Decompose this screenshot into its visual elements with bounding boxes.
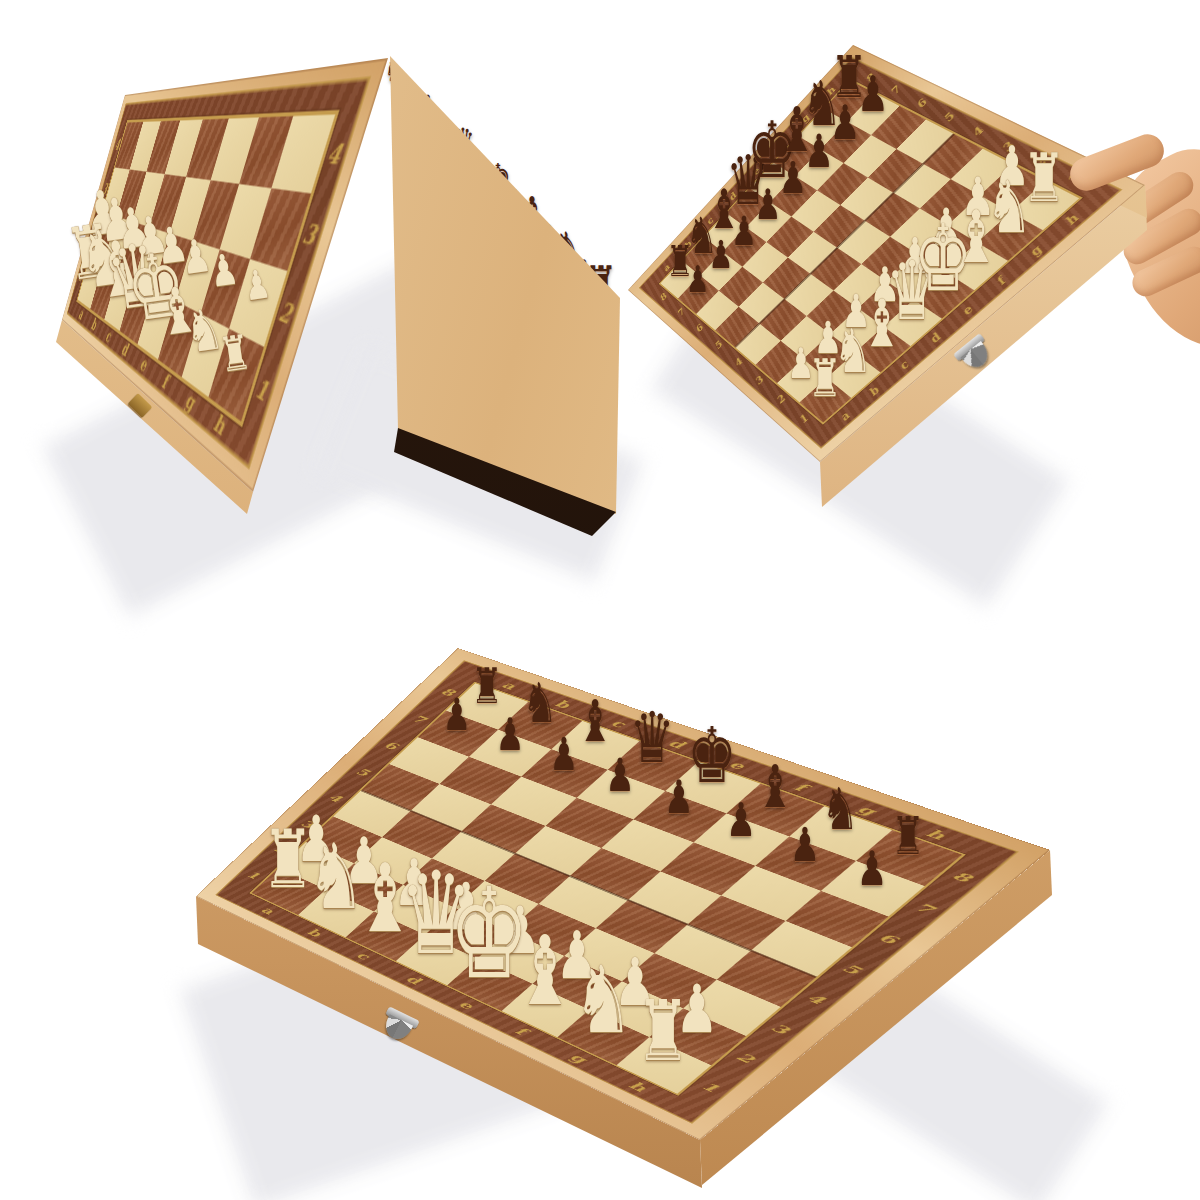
product-photo-canvas: ♟♜♟♞♟♝♟♛♟♚♟♝♟♞♟♜ abcdefgh43214321 ♟♟♟♟♟♟… [0, 0, 1200, 1200]
